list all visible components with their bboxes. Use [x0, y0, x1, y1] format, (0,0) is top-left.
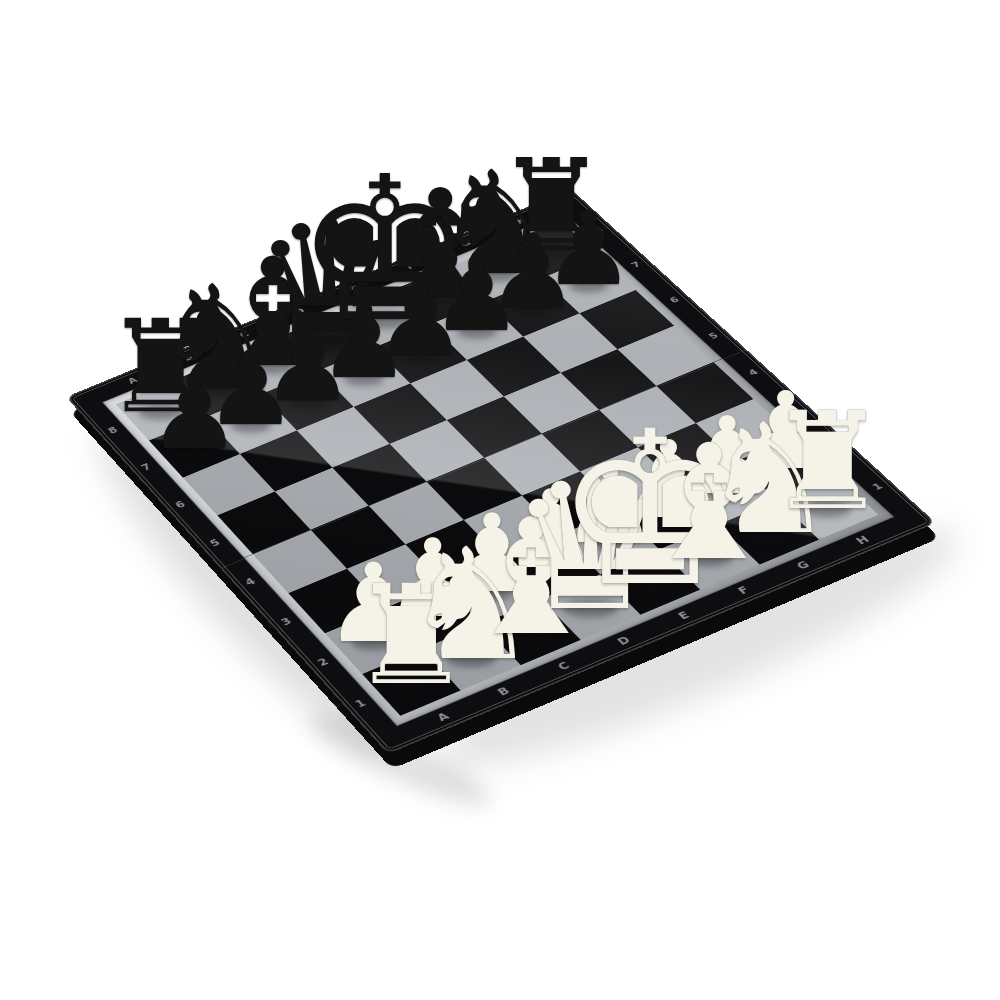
rank-label-right-8: 8 — [592, 226, 605, 235]
rank-label-left-3: 3 — [279, 616, 294, 627]
file-label-front-A: A — [435, 711, 451, 723]
rank-label-right-7: 7 — [629, 260, 642, 269]
rank-label-right-3: 3 — [787, 405, 801, 414]
rank-label-right-5: 5 — [706, 331, 720, 340]
coordinate-labels: AABBCCDDEEFFGGHH1122334455667788 — [69, 191, 933, 752]
rank-label-left-7: 7 — [139, 462, 153, 472]
file-label-front-F: F — [736, 585, 751, 596]
file-label-back-F: F — [404, 262, 417, 271]
file-label-front-G: G — [795, 560, 812, 571]
rank-label-right-2: 2 — [828, 443, 842, 453]
file-label-front-C: C — [556, 660, 572, 671]
rank-label-left-4: 4 — [243, 577, 257, 588]
file-label-back-D: D — [293, 307, 307, 316]
rank-label-right-1: 1 — [870, 482, 884, 492]
rank-label-left-1: 1 — [353, 698, 368, 709]
file-label-back-C: C — [238, 330, 251, 339]
file-label-front-B: B — [496, 686, 512, 697]
chess-board: AABBCCDDEEFFGGHH1122334455667788 — [66, 189, 936, 754]
rank-label-right-6: 6 — [667, 295, 680, 304]
file-label-front-E: E — [676, 610, 691, 621]
rank-label-left-8: 8 — [106, 425, 120, 435]
file-label-back-A: A — [126, 376, 139, 385]
rank-label-left-2: 2 — [316, 657, 331, 668]
file-label-back-G: G — [459, 239, 473, 248]
file-label-back-H: H — [514, 216, 528, 225]
file-label-front-D: D — [615, 635, 632, 647]
file-label-front-H: H — [854, 534, 871, 545]
file-label-back-E: E — [349, 284, 361, 293]
chess-set-product-photo: AABBCCDDEEFFGGHH1122334455667788 ♜♞♝♛♚♝♞… — [0, 0, 1000, 1000]
file-label-back-B: B — [182, 353, 195, 362]
rank-label-right-4: 4 — [746, 368, 760, 377]
rank-label-left-6: 6 — [173, 500, 187, 510]
rank-label-left-5: 5 — [208, 538, 222, 548]
